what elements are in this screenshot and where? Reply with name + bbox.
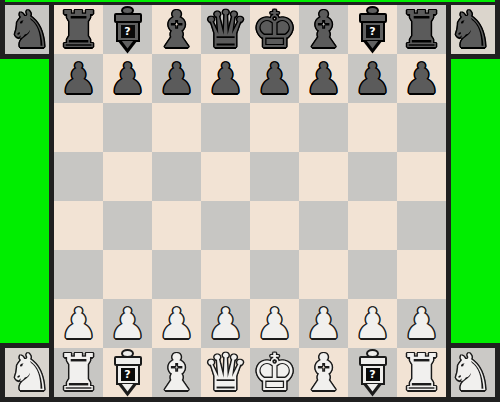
flask-lid [359,13,387,23]
board-square[interactable] [152,152,201,201]
flask-question-label: ? [366,368,380,381]
board-square[interactable]: ♛ [201,348,250,397]
board-square[interactable]: ♟ [250,299,299,348]
board-square[interactable] [250,152,299,201]
board-square[interactable] [299,152,348,201]
white-pawn-piece[interactable]: ♟ [158,303,196,345]
white-flask-piece[interactable]: ? [359,349,387,397]
board-square[interactable] [348,250,397,299]
board-square[interactable]: ♟ [348,54,397,103]
right-green-panel [451,59,500,343]
flask-lid [359,356,387,366]
black-rook-piece[interactable]: ♜ [56,4,102,55]
white-pawn-piece[interactable]: ♟ [60,303,98,345]
board-square[interactable]: ♜ [397,348,446,397]
flask-body: ? [361,366,385,385]
board-square[interactable] [152,201,201,250]
board-square[interactable] [201,152,250,201]
board-square[interactable]: ? [103,5,152,54]
board-square[interactable] [250,201,299,250]
black-knight-piece[interactable]: ♞ [448,4,494,55]
board-square[interactable]: ♟ [201,54,250,103]
black-bishop-piece[interactable]: ♝ [154,4,200,55]
white-pawn-piece[interactable]: ♟ [354,303,392,345]
black-bishop-piece[interactable]: ♝ [301,4,347,55]
board-square[interactable] [54,250,103,299]
board-square[interactable]: ♟ [250,54,299,103]
flask-question-label: ? [121,368,135,381]
white-pawn-piece[interactable]: ♟ [403,303,441,345]
black-queen-piece[interactable]: ♛ [203,4,249,55]
black-pawn-piece[interactable]: ♟ [207,58,245,100]
board-square[interactable] [348,152,397,201]
board-square[interactable]: ♟ [152,54,201,103]
flask-tip [363,41,383,54]
board-square[interactable]: ♞ [446,348,495,397]
white-rook-piece[interactable]: ♜ [56,347,102,398]
flask-tip [118,41,138,54]
flask-question-label: ? [366,25,380,38]
board-square[interactable] [103,152,152,201]
left-green-panel [0,59,49,343]
board-square[interactable]: ♛ [201,5,250,54]
white-pawn-piece[interactable]: ♟ [305,303,343,345]
flask-body: ? [116,23,140,42]
white-pawn-piece[interactable]: ♟ [109,303,147,345]
board-square[interactable]: ♜ [54,5,103,54]
board-square[interactable]: ♝ [299,348,348,397]
board-square[interactable] [152,103,201,152]
board-square[interactable] [397,103,446,152]
board-square[interactable]: ? [348,5,397,54]
board-square[interactable]: ♝ [152,348,201,397]
flask-tip [363,384,383,397]
black-flask-piece[interactable]: ? [359,6,387,54]
board-square[interactable] [103,103,152,152]
black-pawn-piece[interactable]: ♟ [256,58,294,100]
white-pawn-piece[interactable]: ♟ [207,303,245,345]
white-flask-piece[interactable]: ? [114,349,142,397]
board-square[interactable] [397,152,446,201]
black-pawn-piece[interactable]: ♟ [158,58,196,100]
board-square[interactable] [201,250,250,299]
board-square[interactable]: ♞ [446,5,495,54]
black-pawn-piece[interactable]: ♟ [109,58,147,100]
white-bishop-piece[interactable]: ♝ [154,347,200,398]
board-square[interactable]: ♟ [54,299,103,348]
black-pawn-piece[interactable]: ♟ [60,58,98,100]
board-square[interactable]: ♟ [103,299,152,348]
board-square[interactable]: ♟ [201,299,250,348]
board-square[interactable] [201,103,250,152]
board-square[interactable]: ♝ [152,5,201,54]
board-square[interactable]: ♟ [103,54,152,103]
black-pawn-piece[interactable]: ♟ [403,58,441,100]
board-square[interactable] [397,201,446,250]
white-king-piece[interactable]: ♚ [252,347,298,398]
board-square[interactable]: ♚ [250,348,299,397]
board-square[interactable]: ♟ [299,299,348,348]
board-square[interactable] [152,250,201,299]
board-square[interactable]: ♟ [299,54,348,103]
board-square[interactable]: ♟ [348,299,397,348]
flask-lid [114,13,142,23]
board-square[interactable]: ? [348,348,397,397]
board-square[interactable] [103,250,152,299]
board-square[interactable] [299,201,348,250]
board-square[interactable] [54,103,103,152]
flask-tip [118,384,138,397]
flask-body: ? [361,23,385,42]
white-knight-piece[interactable]: ♞ [7,347,53,398]
game-board: ♞♜?♝♛♚♝?♜♞♟♟♟♟♟♟♟♟♟♟♟♟♟♟♟♟♞♜?♝♛♚♝?♜♞ [5,5,495,397]
black-flask-piece[interactable]: ? [114,6,142,54]
board-square[interactable] [348,201,397,250]
board-square[interactable]: ♟ [397,299,446,348]
chess-game-window: ♞♜?♝♛♚♝?♜♞♟♟♟♟♟♟♟♟♟♟♟♟♟♟♟♟♞♜?♝♛♚♝?♜♞ [0,0,500,402]
white-bishop-piece[interactable]: ♝ [301,347,347,398]
black-king-piece[interactable]: ♚ [252,4,298,55]
board-square[interactable] [54,201,103,250]
flask-lid [114,356,142,366]
black-knight-piece[interactable]: ♞ [7,4,53,55]
board-square[interactable]: ♞ [5,5,54,54]
board-square[interactable]: ♝ [299,5,348,54]
flask-question-label: ? [121,25,135,38]
black-rook-piece[interactable]: ♜ [399,4,445,55]
board-square[interactable]: ♟ [152,299,201,348]
board-square[interactable]: ♜ [54,348,103,397]
board-square[interactable]: ♜ [397,5,446,54]
board-square[interactable] [54,152,103,201]
black-pawn-piece[interactable]: ♟ [354,58,392,100]
board-square[interactable] [299,250,348,299]
board-square[interactable]: ? [103,348,152,397]
board-square[interactable]: ♞ [5,348,54,397]
white-queen-piece[interactable]: ♛ [203,347,249,398]
board-square[interactable] [397,250,446,299]
board-square[interactable] [348,103,397,152]
board-square[interactable] [299,103,348,152]
board-square[interactable] [201,201,250,250]
white-knight-piece[interactable]: ♞ [448,347,494,398]
board-square[interactable] [250,250,299,299]
white-pawn-piece[interactable]: ♟ [256,303,294,345]
board-square[interactable]: ♚ [250,5,299,54]
flask-body: ? [116,366,140,385]
board-square[interactable]: ♟ [397,54,446,103]
board-square[interactable]: ♟ [54,54,103,103]
black-pawn-piece[interactable]: ♟ [305,58,343,100]
white-rook-piece[interactable]: ♜ [399,347,445,398]
board-square[interactable] [250,103,299,152]
board-square[interactable] [103,201,152,250]
